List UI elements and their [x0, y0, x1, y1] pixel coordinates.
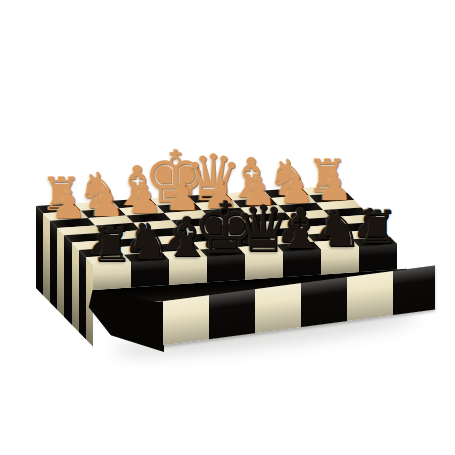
white-pawn[interactable]: ♟ [50, 187, 86, 221]
square-b8[interactable]: ♞ [314, 239, 359, 249]
black-rook[interactable]: ♜ [356, 208, 397, 247]
product-photo: ♜♞♝♚♛♝♞♜♟♟♟♟♟♟♟♟♟♟♟♟♟♟♟♟♜♞♝♚♛♝♞♜ [0, 0, 455, 455]
white-pawn[interactable]: ♟ [88, 185, 124, 219]
square-a8[interactable]: ♜ [352, 237, 397, 247]
square-c8[interactable]: ♝ [276, 242, 321, 252]
white-pawn[interactable]: ♟ [126, 182, 162, 216]
black-knight[interactable]: ♞ [317, 208, 362, 250]
black-rook[interactable]: ♜ [90, 226, 131, 265]
chess-board: ♜♞♝♚♛♝♞♜♟♟♟♟♟♟♟♟♟♟♟♟♟♟♟♟♜♞♝♚♛♝♞♜ [36, 185, 397, 264]
square-h8[interactable]: ♜ [86, 255, 131, 265]
